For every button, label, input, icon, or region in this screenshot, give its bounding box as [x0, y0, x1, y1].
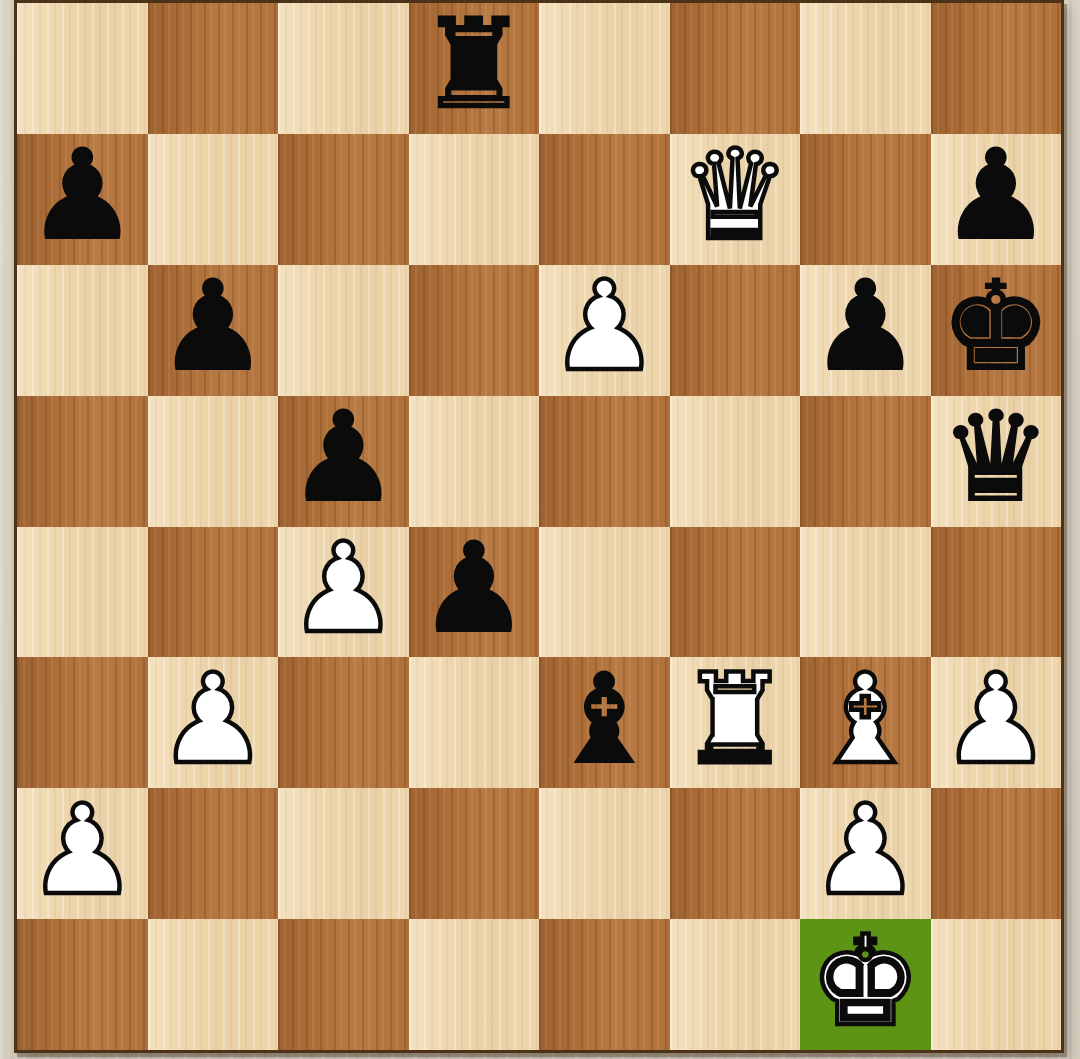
square-f3[interactable]: ♜	[670, 657, 801, 788]
black-pawn[interactable]: ♟	[157, 265, 268, 388]
square-h4[interactable]	[931, 527, 1062, 658]
square-g8[interactable]	[800, 3, 931, 134]
square-d3[interactable]	[409, 657, 540, 788]
white-pawn[interactable]: ♟	[27, 788, 138, 911]
white-pawn[interactable]: ♟	[549, 265, 660, 388]
square-h1[interactable]	[931, 919, 1062, 1050]
square-e6[interactable]: ♟	[539, 265, 670, 396]
black-pawn[interactable]: ♟	[288, 396, 399, 519]
black-queen[interactable]: ♛	[940, 396, 1051, 519]
square-h5[interactable]: ♛	[931, 396, 1062, 527]
square-g4[interactable]	[800, 527, 931, 658]
square-c6[interactable]	[278, 265, 409, 396]
square-d8[interactable]: ♜	[409, 3, 540, 134]
square-b6[interactable]: ♟	[148, 265, 279, 396]
square-a8[interactable]	[17, 3, 148, 134]
square-c8[interactable]	[278, 3, 409, 134]
square-e5[interactable]	[539, 396, 670, 527]
chess-board: ♜♟♛♟♟♟♟♚♟♛♟♟♟♝♜♝♟♟♟♚	[17, 3, 1061, 1050]
black-pawn[interactable]: ♟	[418, 527, 529, 650]
square-d5[interactable]	[409, 396, 540, 527]
square-h8[interactable]	[931, 3, 1062, 134]
square-c5[interactable]: ♟	[278, 396, 409, 527]
square-h3[interactable]: ♟	[931, 657, 1062, 788]
square-c3[interactable]	[278, 657, 409, 788]
square-g6[interactable]: ♟	[800, 265, 931, 396]
square-d4[interactable]: ♟	[409, 527, 540, 658]
black-king[interactable]: ♚	[940, 265, 1051, 388]
square-g3[interactable]: ♝	[800, 657, 931, 788]
square-f1[interactable]	[670, 919, 801, 1050]
black-pawn[interactable]: ♟	[27, 134, 138, 257]
black-bishop[interactable]: ♝	[549, 657, 660, 780]
square-e1[interactable]	[539, 919, 670, 1050]
square-d1[interactable]	[409, 919, 540, 1050]
black-rook[interactable]: ♜	[418, 3, 529, 126]
white-pawn[interactable]: ♟	[940, 657, 1051, 780]
square-f2[interactable]	[670, 788, 801, 919]
square-e8[interactable]	[539, 3, 670, 134]
square-e3[interactable]: ♝	[539, 657, 670, 788]
square-d2[interactable]	[409, 788, 540, 919]
square-b8[interactable]	[148, 3, 279, 134]
square-c4[interactable]: ♟	[278, 527, 409, 658]
square-a1[interactable]	[17, 919, 148, 1050]
square-c1[interactable]	[278, 919, 409, 1050]
square-b2[interactable]	[148, 788, 279, 919]
square-b4[interactable]	[148, 527, 279, 658]
square-g5[interactable]	[800, 396, 931, 527]
square-d7[interactable]	[409, 134, 540, 265]
square-h7[interactable]: ♟	[931, 134, 1062, 265]
square-f7[interactable]: ♛	[670, 134, 801, 265]
square-b3[interactable]: ♟	[148, 657, 279, 788]
square-b7[interactable]	[148, 134, 279, 265]
black-pawn[interactable]: ♟	[940, 134, 1051, 257]
square-c2[interactable]	[278, 788, 409, 919]
square-a3[interactable]	[17, 657, 148, 788]
black-pawn[interactable]: ♟	[810, 265, 921, 388]
chess-board-frame: ♜♟♛♟♟♟♟♚♟♛♟♟♟♝♜♝♟♟♟♚	[14, 0, 1064, 1053]
white-pawn[interactable]: ♟	[157, 657, 268, 780]
square-e4[interactable]	[539, 527, 670, 658]
white-queen[interactable]: ♛	[679, 134, 790, 257]
square-h6[interactable]: ♚	[931, 265, 1062, 396]
square-a7[interactable]: ♟	[17, 134, 148, 265]
square-f4[interactable]	[670, 527, 801, 658]
square-f8[interactable]	[670, 3, 801, 134]
square-e2[interactable]	[539, 788, 670, 919]
white-rook[interactable]: ♜	[679, 657, 790, 780]
square-f5[interactable]	[670, 396, 801, 527]
square-g1[interactable]: ♚	[800, 919, 931, 1050]
square-a4[interactable]	[17, 527, 148, 658]
square-b1[interactable]	[148, 919, 279, 1050]
white-bishop[interactable]: ♝	[810, 657, 921, 780]
square-g2[interactable]: ♟	[800, 788, 931, 919]
square-g7[interactable]	[800, 134, 931, 265]
square-h2[interactable]	[931, 788, 1062, 919]
square-a5[interactable]	[17, 396, 148, 527]
square-e7[interactable]	[539, 134, 670, 265]
square-d6[interactable]	[409, 265, 540, 396]
white-king[interactable]: ♚	[810, 919, 921, 1042]
white-pawn[interactable]: ♟	[288, 527, 399, 650]
square-a2[interactable]: ♟	[17, 788, 148, 919]
square-b5[interactable]	[148, 396, 279, 527]
square-f6[interactable]	[670, 265, 801, 396]
white-pawn[interactable]: ♟	[810, 788, 921, 911]
square-a6[interactable]	[17, 265, 148, 396]
square-c7[interactable]	[278, 134, 409, 265]
